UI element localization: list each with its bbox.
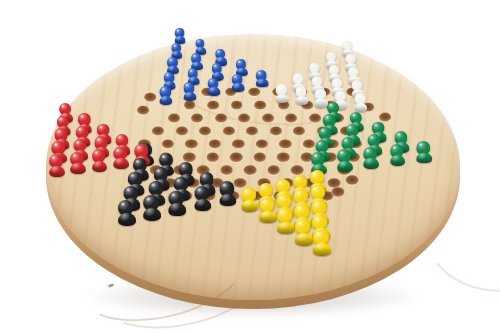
- board-hole: [362, 103, 374, 112]
- board-hole: [257, 178, 270, 188]
- board-hole: [325, 101, 337, 110]
- board-hole: [220, 165, 233, 174]
- board-hole: [267, 165, 280, 174]
- board-hole: [254, 152, 267, 161]
- board-hole: [197, 165, 210, 174]
- board-hole: [231, 101, 243, 110]
- peg-head: [175, 28, 185, 38]
- board-hole: [163, 178, 176, 188]
- board-hole: [304, 178, 317, 188]
- board-hole: [324, 152, 337, 161]
- board-hole: [234, 178, 247, 188]
- board-hole: [301, 101, 313, 110]
- board-hole: [207, 101, 219, 110]
- board-hole: [160, 152, 173, 161]
- wood-grain: [420, 200, 500, 304]
- board-hole: [281, 178, 294, 188]
- board-hole: [184, 101, 196, 110]
- board-hole: [346, 175, 359, 185]
- board-hole: [338, 165, 351, 174]
- board-hole: [291, 165, 304, 174]
- board-hole: [183, 152, 196, 161]
- board-hole: [230, 152, 243, 161]
- board-hole: [331, 187, 344, 197]
- board-hole: [207, 152, 220, 161]
- board-hole: [348, 152, 361, 161]
- board-hole: [187, 178, 200, 188]
- board-hole: [314, 165, 327, 174]
- board-hole: [238, 114, 250, 123]
- board-hole: [136, 152, 149, 161]
- board-hole: [262, 114, 274, 123]
- board-hole: [277, 152, 290, 161]
- board-hole: [150, 165, 163, 174]
- board-hole: [301, 152, 314, 161]
- board-hole: [278, 101, 290, 110]
- board-hole: [285, 114, 297, 123]
- board-hole: [137, 106, 149, 115]
- board-hole: [210, 178, 223, 188]
- board-hole: [379, 113, 391, 122]
- product-photo: [0, 0, 500, 333]
- board-hole: [244, 165, 257, 174]
- board-hole: [168, 114, 180, 123]
- board-hole: [254, 101, 266, 110]
- board-hole: [173, 165, 186, 174]
- board-hole: [144, 93, 156, 102]
- board-hole: [215, 114, 227, 123]
- board-hole: [332, 114, 344, 123]
- wood-grain: [160, 34, 362, 135]
- board-hole: [309, 114, 321, 123]
- board-hole: [191, 114, 203, 123]
